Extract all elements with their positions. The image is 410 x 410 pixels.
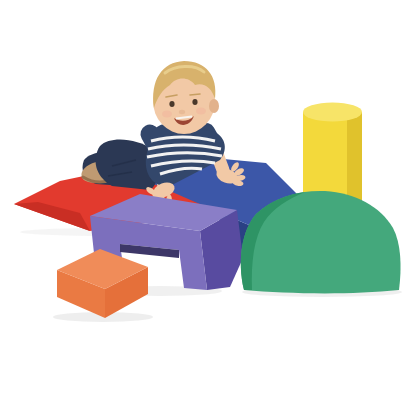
yellow-cylinder-top [303, 103, 362, 122]
toddler-ear [209, 99, 219, 113]
toddler-right-eye [192, 99, 197, 105]
toddler-right-blush [196, 108, 206, 115]
yellow-cylinder-shade [347, 112, 362, 205]
foam-block-scene [0, 0, 410, 410]
toddler-left-eye [169, 101, 174, 107]
toddler-nose [179, 110, 185, 114]
product-photo [0, 0, 410, 410]
toddler-left-blush [162, 111, 172, 118]
